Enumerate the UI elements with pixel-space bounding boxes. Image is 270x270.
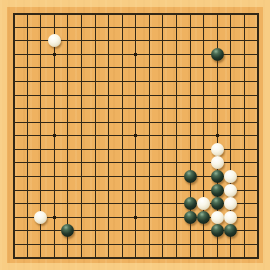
stone-white-Q4 (211, 211, 224, 224)
stone-black-O7 (184, 170, 197, 183)
stone-black-O5 (184, 197, 197, 210)
stone-white-Q8 (211, 156, 224, 169)
stone-black-Q7 (211, 170, 224, 183)
stone-white-P5 (197, 197, 210, 210)
go-board[interactable] (0, 0, 270, 270)
stone-black-E3 (61, 224, 74, 237)
stone-black-P4 (197, 211, 210, 224)
stone-black-O4 (184, 211, 197, 224)
stone-white-D17 (48, 34, 61, 47)
stone-black-R3 (224, 224, 237, 237)
stone-white-R7 (224, 170, 237, 183)
stone-black-Q6 (211, 184, 224, 197)
stone-white-Q9 (211, 143, 224, 156)
stone-white-R6 (224, 184, 237, 197)
stones-layer (0, 0, 270, 270)
stone-black-Q16 (211, 48, 224, 61)
stone-black-Q3 (211, 224, 224, 237)
stone-white-C4 (34, 211, 47, 224)
stone-black-Q5 (211, 197, 224, 210)
stone-white-R5 (224, 197, 237, 210)
stone-white-R4 (224, 211, 237, 224)
